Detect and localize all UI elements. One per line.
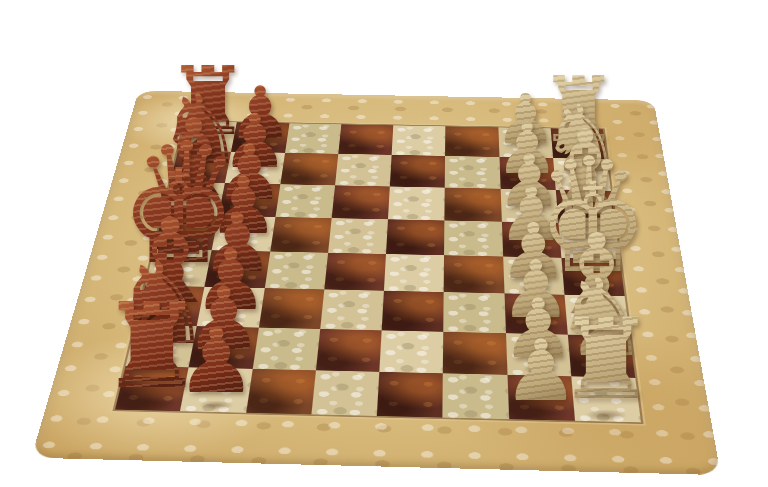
piece-glyph: ♜ — [556, 304, 656, 416]
white-rook[interactable]: ♜ — [556, 304, 656, 416]
pieces-layer: ♜♟♟♜♞♟♟♞♝♟♟♝♛♟♟♛♚♟♟♚♝♟♟♝♞♟♟♞♜♟♟♜ — [0, 0, 768, 487]
black-pawn[interactable]: ♟ — [176, 316, 257, 406]
piece-glyph: ♟ — [176, 316, 257, 406]
chess-set-photo: ♜♟♟♜♞♟♟♞♝♟♟♝♛♟♟♛♚♟♟♚♝♟♟♝♞♟♟♞♜♟♟♜ — [0, 0, 768, 487]
